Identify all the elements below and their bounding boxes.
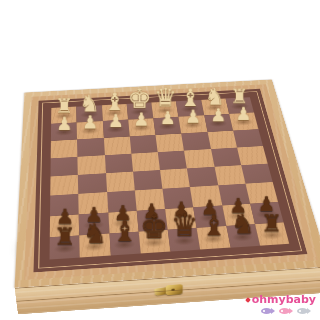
square-dark: ♟	[51, 123, 77, 141]
square-dark	[129, 135, 157, 154]
square-light: ♟	[229, 113, 258, 131]
square-light	[184, 149, 214, 168]
square-light: ♟	[77, 121, 104, 139]
square-light	[155, 133, 184, 152]
square-light: ♚	[138, 230, 170, 254]
fish-icon	[279, 308, 290, 314]
piece-white-pawn: ♟	[108, 112, 124, 130]
square-light: ♜	[255, 222, 290, 245]
fish-icon	[297, 308, 308, 314]
piece-black-rook: ♜	[54, 225, 76, 249]
piece-white-pawn: ♟	[210, 106, 226, 124]
square-dark	[104, 154, 132, 174]
piece-white-pawn: ♟	[82, 113, 98, 131]
watermark: ohmybaby	[246, 293, 316, 314]
watermark-sparkle-icon	[245, 297, 251, 303]
watermark-fish-icons	[246, 308, 316, 314]
square-dark: ♝	[109, 231, 140, 255]
square-light: ♞	[79, 233, 110, 257]
piece-white-pawn: ♟	[56, 115, 72, 133]
watermark-text: ohmybaby	[252, 293, 316, 306]
brass-clasp-icon	[155, 283, 187, 299]
product-photo: ♜♞♝♚♛♝♞♜♟♟♟♟♟♟♟♟♟♟♟♟♟♟♟♟♜♞♝♚♛♝♞♜ ohmybab…	[0, 0, 320, 320]
piece-black-queen: ♛	[170, 211, 197, 242]
piece-black-bishop: ♝	[112, 217, 138, 246]
fish-icon	[261, 308, 272, 314]
piece-white-pawn: ♟	[159, 109, 175, 127]
square-light: ♝	[197, 226, 230, 250]
piece-black-king: ♚	[140, 211, 168, 243]
clasp-plate	[166, 285, 183, 296]
square-dark: ♟	[153, 117, 181, 135]
square-dark	[181, 132, 210, 151]
board-rim: ♜♞♝♚♛♝♞♜♟♟♟♟♟♟♟♟♟♟♟♟♟♟♟♟♜♞♝♚♛♝♞♜	[15, 80, 320, 288]
piece-black-knight: ♞	[231, 210, 255, 237]
square-light	[131, 152, 160, 172]
square-light: ♟	[128, 118, 156, 136]
square-dark	[233, 129, 263, 147]
square-dark: ♜	[50, 235, 80, 259]
piece-black-knight: ♞	[82, 220, 107, 247]
square-light	[207, 130, 237, 149]
piece-white-pawn: ♟	[236, 105, 252, 123]
square-dark: ♞	[226, 224, 260, 248]
square-dark: ♛	[168, 228, 201, 252]
piece-white-pawn: ♟	[134, 111, 150, 129]
piece-black-bishop: ♝	[201, 211, 226, 239]
square-light	[51, 139, 78, 158]
chess-set-scene: ♜♞♝♚♛♝♞♜♟♟♟♟♟♟♟♟♟♟♟♟♟♟♟♟♜♞♝♚♛♝♞♜	[0, 0, 320, 320]
square-dark: ♟	[204, 114, 233, 132]
chess-board: ♜♞♝♚♛♝♞♜♟♟♟♟♟♟♟♟♟♟♟♟♟♟♟♟♜♞♝♚♛♝♞♜	[15, 80, 320, 288]
piece-black-rook: ♜	[262, 212, 283, 236]
piece-white-pawn: ♟	[185, 108, 201, 126]
